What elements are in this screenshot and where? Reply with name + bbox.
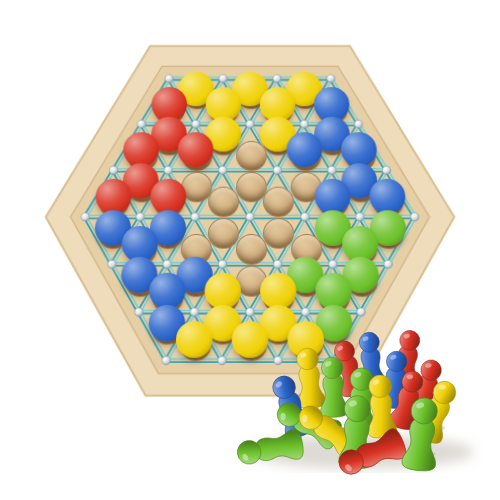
pawn-pile (0, 0, 500, 500)
product-photo (0, 0, 500, 500)
